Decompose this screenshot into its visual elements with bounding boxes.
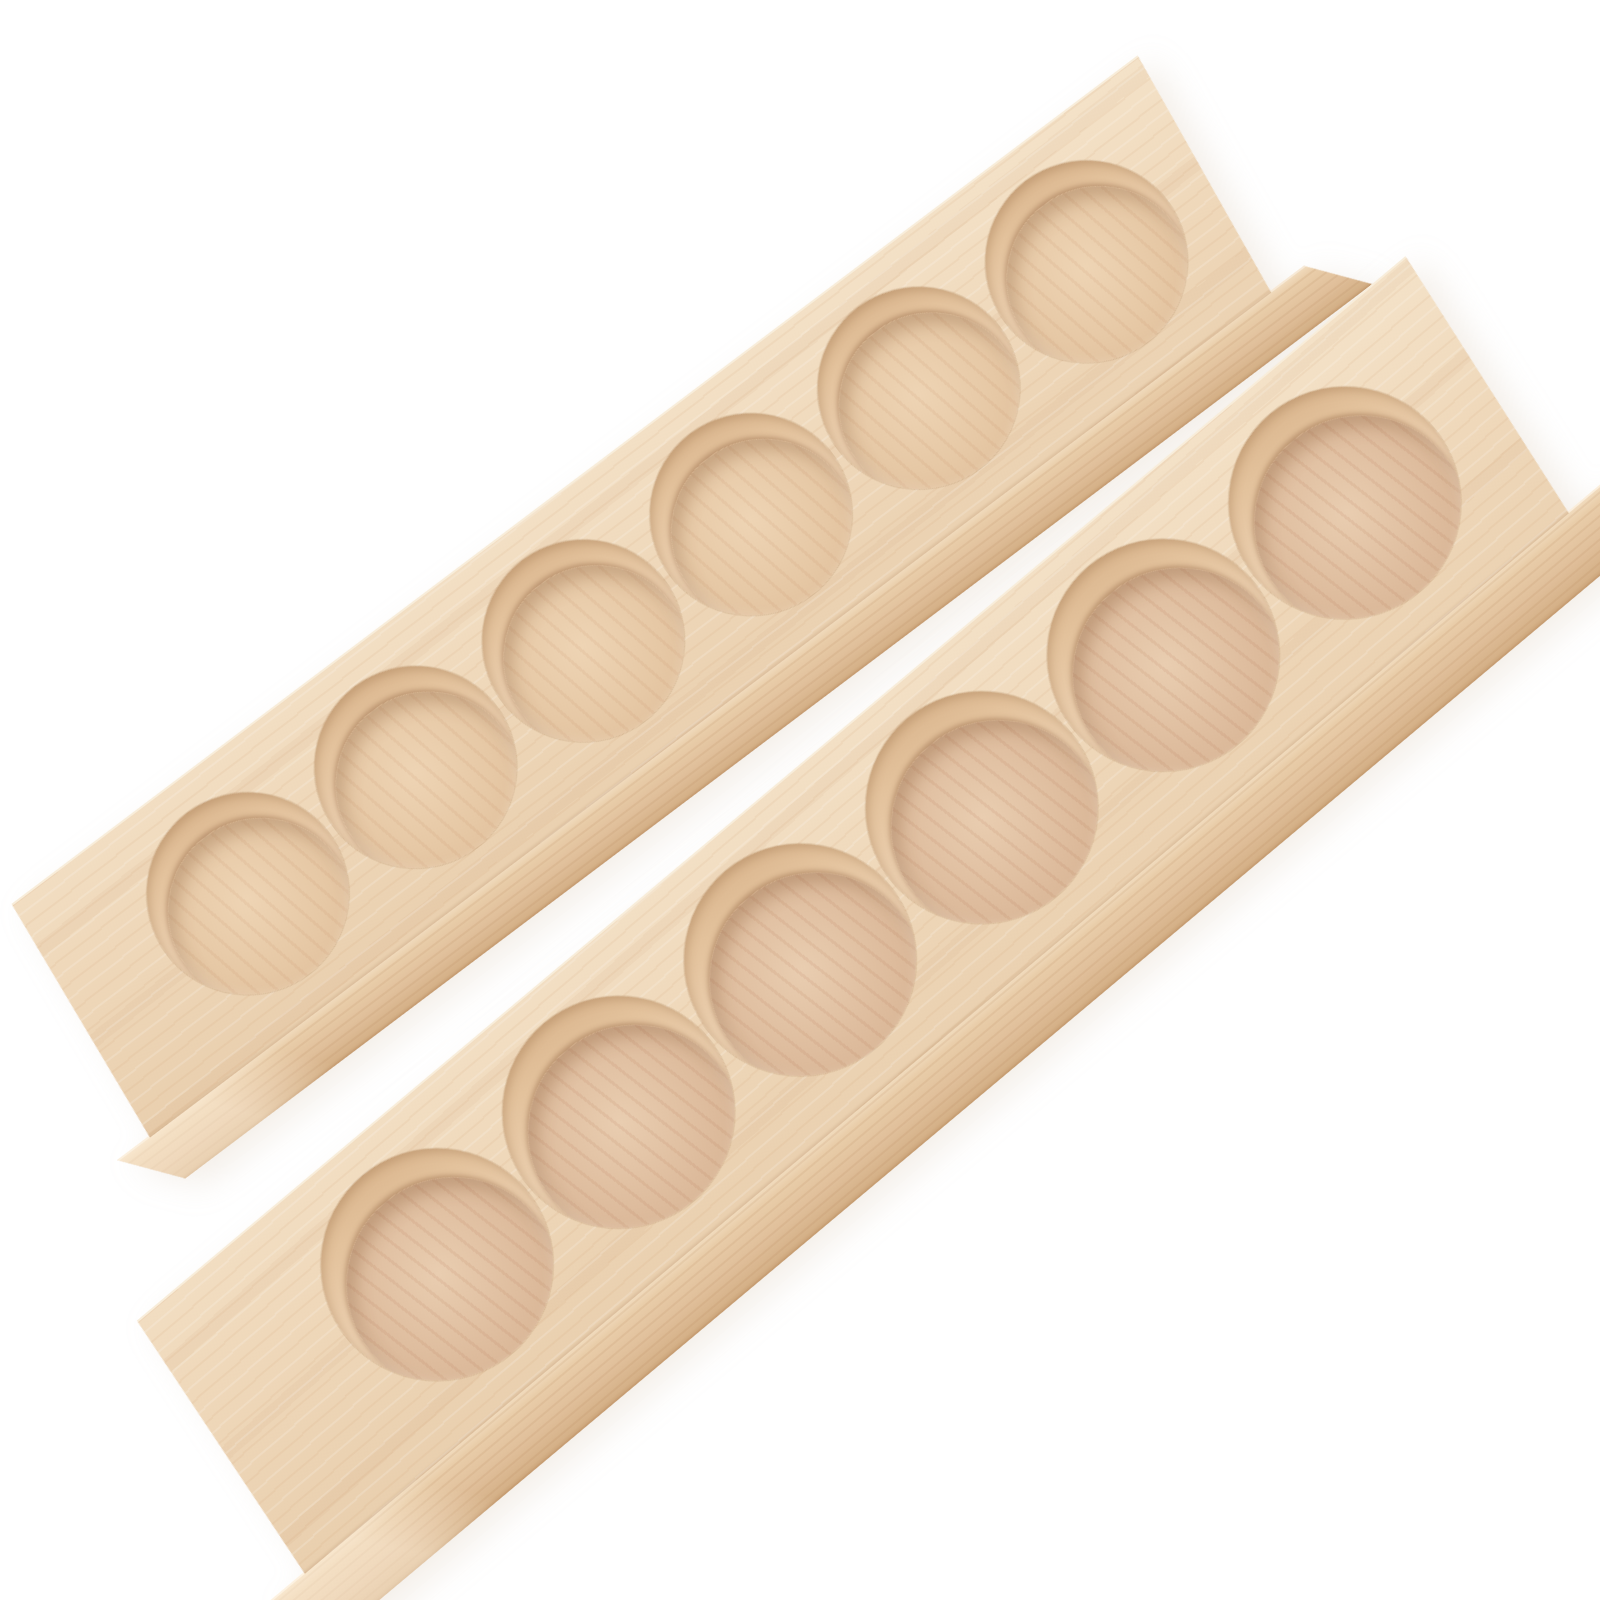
product-photo-canvas bbox=[0, 0, 1600, 1600]
